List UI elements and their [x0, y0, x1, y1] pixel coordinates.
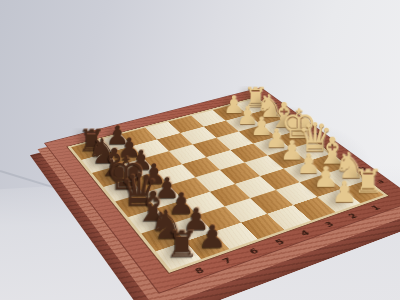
scene: ♜♟♟♜♞♟♟♞♝♟♟♝♚♟♟♚♛♟♟♛♝♟♟♝♞♟♟♞♜♟♟♜ 8765432…: [0, 0, 400, 300]
black-rook-piece[interactable]: ♜: [145, 228, 221, 260]
white-pawn-piece[interactable]: ♟: [310, 179, 378, 204]
square-c4[interactable]: [235, 176, 276, 198]
